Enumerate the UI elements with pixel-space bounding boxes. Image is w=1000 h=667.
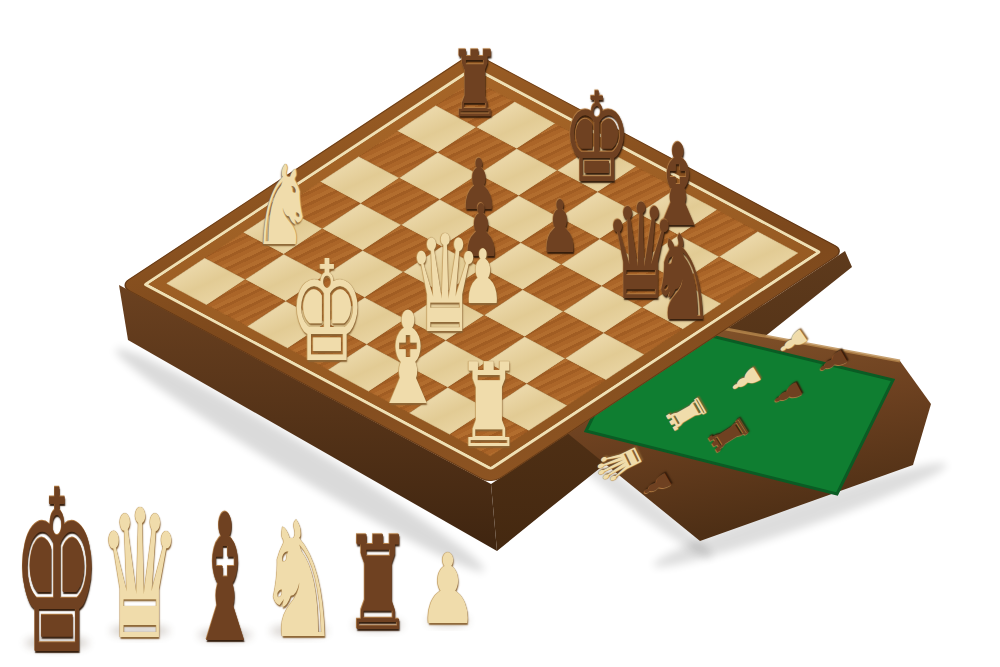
display-piece-shadow bbox=[110, 625, 170, 637]
display-piece-shadow bbox=[25, 636, 89, 650]
display-piece-shadow bbox=[270, 625, 328, 637]
display-piece-shadow bbox=[427, 616, 469, 626]
chess-set-photo: ♜♚♝♛♞♟♟♟♟♛♞♚♝♜ ♟♟♟♟♜♜♛♟ ♚♛♝♞♜♟ bbox=[0, 0, 1000, 667]
display-piece-shadow bbox=[353, 619, 403, 631]
display-piece-shadow bbox=[198, 629, 252, 641]
